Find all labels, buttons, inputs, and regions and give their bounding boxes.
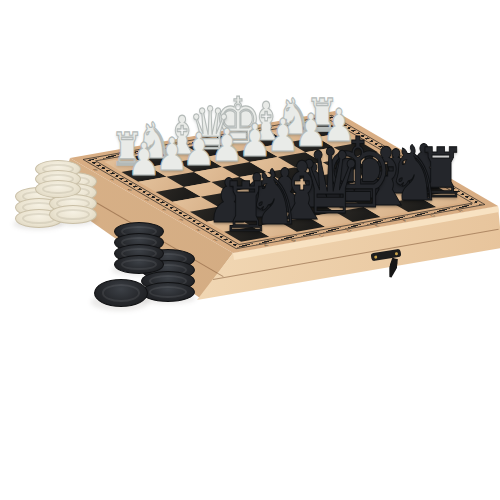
checker-white xyxy=(35,180,81,198)
latch-screw-icon xyxy=(395,252,398,255)
checker-ring xyxy=(121,259,157,271)
chess-set-photo-scene: ABCDEFGH12345678 ♜♞♝♛♚♝♞♜♟♟♟♟♟♟♟♟♟♟♟♟♟♟♟… xyxy=(0,0,500,500)
latch-hook xyxy=(387,257,399,278)
checker-white xyxy=(49,205,97,224)
piece-white-pawn: ♟ xyxy=(127,137,160,182)
checker-ring xyxy=(149,286,188,298)
latch-screw-icon xyxy=(374,255,377,258)
piece-black-rook: ♜ xyxy=(221,173,272,242)
checker-ring xyxy=(102,284,141,302)
checker-black xyxy=(94,279,148,307)
latch-clasp xyxy=(0,0,500,500)
checker-black xyxy=(141,282,195,302)
checker-ring xyxy=(56,209,90,221)
checker-ring xyxy=(42,184,75,195)
checker-black xyxy=(114,255,164,274)
